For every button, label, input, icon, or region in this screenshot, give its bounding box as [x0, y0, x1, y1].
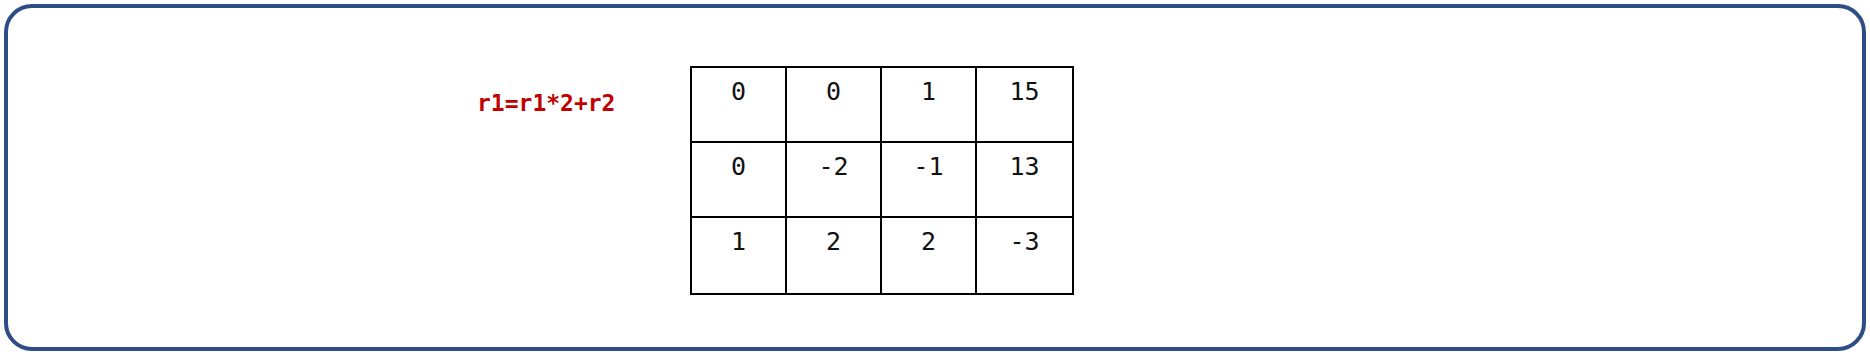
grid-cell-r1c4: 15 — [977, 68, 1072, 143]
grid-cell-r2c2: -2 — [787, 143, 882, 218]
grid-cell-r3c1: 1 — [692, 218, 787, 293]
grid-cell-r3c2: 2 — [787, 218, 882, 293]
grid-cell-r2c3: -1 — [882, 143, 977, 218]
grid-cell-r3c4: -3 — [977, 218, 1072, 293]
grid-cell-r3c3: 2 — [882, 218, 977, 293]
grid-cell-r1c1: 0 — [692, 68, 787, 143]
grid-cell-r2c4: 13 — [977, 143, 1072, 218]
screenshot-canvas: r1=r1*2+r2 001150-2-113122-3 — [0, 0, 1870, 356]
row-operation-label: r1=r1*2+r2 — [477, 92, 615, 115]
grid-cell-r2c1: 0 — [692, 143, 787, 218]
grid-cell-r1c3: 1 — [882, 68, 977, 143]
matrix-grid: 001150-2-113122-3 — [690, 66, 1074, 295]
grid-cell-r1c2: 0 — [787, 68, 882, 143]
